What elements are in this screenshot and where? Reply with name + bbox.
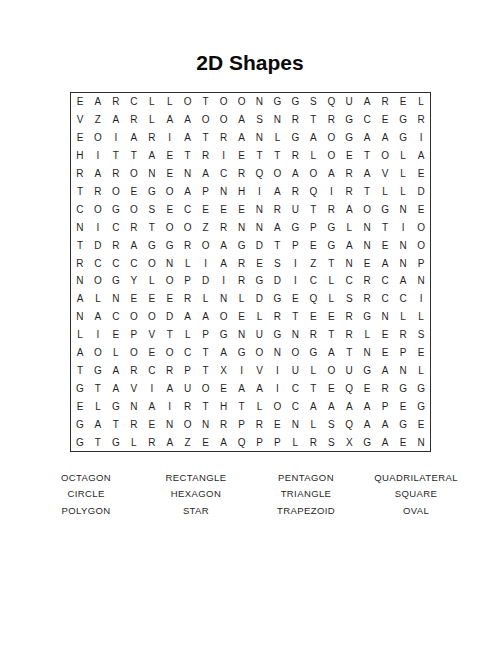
grid-cell: A [268, 182, 286, 200]
grid-cell: P [197, 182, 215, 200]
grid-cell: L [304, 361, 322, 379]
grid-cell: O [251, 344, 269, 362]
grid-cell: A [286, 165, 304, 183]
grid-cell: T [304, 379, 322, 397]
grid-cell: A [322, 165, 340, 183]
grid-cell: N [233, 326, 251, 344]
grid-cell: P [197, 326, 215, 344]
grid-cell: T [268, 147, 286, 165]
grid-cell: L [125, 433, 143, 451]
grid-cell: T [71, 361, 89, 379]
grid-cell: E [304, 236, 322, 254]
grid-cell: R [340, 182, 358, 200]
grid-cell: I [161, 129, 179, 147]
grid-cell: D [89, 236, 107, 254]
word-bank-item: TRIANGLE [251, 486, 361, 502]
grid-cell: S [251, 111, 269, 129]
grid-cell: O [161, 344, 179, 362]
grid-cell: G [251, 272, 269, 290]
grid-cell: G [268, 93, 286, 111]
grid-cell: L [107, 344, 125, 362]
grid-cell: Q [340, 415, 358, 433]
grid-cell: A [376, 415, 394, 433]
grid-cell: N [143, 165, 161, 183]
grid-cell: G [143, 182, 161, 200]
grid-cell: E [376, 236, 394, 254]
grid-cell: P [376, 397, 394, 415]
grid-cell: P [233, 415, 251, 433]
grid-cell: A [161, 379, 179, 397]
grid-cell: I [286, 254, 304, 272]
word-bank-item: OCTAGON [31, 470, 141, 486]
grid-cell: I [322, 182, 340, 200]
grid-cell: Y [125, 272, 143, 290]
grid-cell: E [304, 308, 322, 326]
grid-cell: E [161, 200, 179, 218]
grid-cell: O [322, 361, 340, 379]
grid-cell: E [340, 147, 358, 165]
grid-cell: N [233, 218, 251, 236]
word-bank-item: CIRCLE [31, 486, 141, 502]
grid-cell: R [376, 379, 394, 397]
grid-cell: T [233, 397, 251, 415]
grid-cell: A [233, 129, 251, 147]
grid-cell: R [358, 272, 376, 290]
grid-cell: T [340, 344, 358, 362]
grid-cell: E [322, 308, 340, 326]
grid-cell: R [286, 111, 304, 129]
grid-cell: S [143, 200, 161, 218]
grid-cell: L [304, 415, 322, 433]
grid-cell: O [89, 200, 107, 218]
grid-cell: C [107, 254, 125, 272]
grid-cell: G [376, 200, 394, 218]
grid-cell: I [215, 147, 233, 165]
grid-cell: P [268, 433, 286, 451]
grid-cell: R [233, 254, 251, 272]
grid-cell: R [179, 290, 197, 308]
grid-cell: R [179, 397, 197, 415]
grid-cell: G [358, 433, 376, 451]
grid-cell: N [394, 254, 412, 272]
grid-cell: A [179, 129, 197, 147]
grid-cell: N [268, 344, 286, 362]
grid-cell: C [376, 290, 394, 308]
grid-cell: A [215, 344, 233, 362]
grid-cell: L [358, 326, 376, 344]
grid-cell: L [71, 326, 89, 344]
grid-cell: A [215, 254, 233, 272]
grid-cell: L [143, 272, 161, 290]
grid-cell: R [125, 218, 143, 236]
grid-cell: A [251, 379, 269, 397]
grid-cell: E [215, 379, 233, 397]
grid-cell: I [251, 182, 269, 200]
grid-cell: G [268, 326, 286, 344]
grid-cell: A [304, 397, 322, 415]
grid-cell: A [376, 129, 394, 147]
grid-cell: R [125, 415, 143, 433]
grid-cell: C [215, 165, 233, 183]
grid-cell: R [268, 200, 286, 218]
grid-cell: L [179, 326, 197, 344]
grid-cell: R [340, 326, 358, 344]
grid-cell: A [233, 379, 251, 397]
grid-cell: G [143, 236, 161, 254]
grid-cell: D [412, 182, 430, 200]
grid-cell: A [358, 415, 376, 433]
grid-cell: T [358, 147, 376, 165]
grid-cell: O [358, 200, 376, 218]
grid-cell: A [161, 111, 179, 129]
grid-cell: O [89, 344, 107, 362]
grid-cell: C [394, 290, 412, 308]
grid-cell: A [340, 397, 358, 415]
grid-cell: A [268, 218, 286, 236]
grid-cell: H [233, 182, 251, 200]
grid-cell: O [412, 218, 430, 236]
grid-cell: Q [304, 182, 322, 200]
grid-cell: T [89, 379, 107, 397]
grid-cell: R [143, 129, 161, 147]
grid-cell: L [268, 129, 286, 147]
grid-cell: R [233, 165, 251, 183]
grid-cell: D [251, 236, 269, 254]
grid-cell: O [376, 147, 394, 165]
grid-cell: O [412, 236, 430, 254]
word-bank-item: POLYGON [31, 503, 141, 519]
grid-cell: N [215, 182, 233, 200]
grid-cell: T [304, 111, 322, 129]
grid-cell: L [304, 147, 322, 165]
grid-cell: T [358, 182, 376, 200]
grid-cell: R [89, 182, 107, 200]
grid-cell: Q [322, 93, 340, 111]
grid-cell: E [71, 129, 89, 147]
grid-cell: E [322, 379, 340, 397]
grid-cell: E [412, 344, 430, 362]
grid-cell: T [197, 344, 215, 362]
grid-cell: L [412, 308, 430, 326]
grid-cell: R [107, 236, 125, 254]
grid-cell: T [179, 147, 197, 165]
grid-cell: N [179, 165, 197, 183]
grid-cell: L [376, 182, 394, 200]
grid-cell: A [358, 129, 376, 147]
grid-cell: I [412, 129, 430, 147]
grid-cell: E [161, 147, 179, 165]
grid-cell: O [89, 129, 107, 147]
grid-cell: H [71, 147, 89, 165]
grid-cell: L [394, 165, 412, 183]
grid-cell: G [107, 200, 125, 218]
grid-cell: I [215, 272, 233, 290]
grid-cell: O [89, 272, 107, 290]
grid-cell: E [412, 200, 430, 218]
grid-cell: S [412, 326, 430, 344]
grid-cell: C [304, 272, 322, 290]
grid-cell: R [143, 433, 161, 451]
grid-cell: A [358, 93, 376, 111]
grid-cell: E [376, 326, 394, 344]
grid-cell: E [412, 415, 430, 433]
grid-cell: G [286, 93, 304, 111]
grid-cell: X [215, 361, 233, 379]
grid-cell: C [179, 344, 197, 362]
grid-cell: O [143, 308, 161, 326]
grid-cell: E [412, 165, 430, 183]
grid-cell: G [161, 236, 179, 254]
grid-cell: I [286, 272, 304, 290]
grid-cell: Z [179, 433, 197, 451]
grid-cell: L [89, 290, 107, 308]
grid-cell: A [89, 415, 107, 433]
grid-cell: A [179, 111, 197, 129]
grid-cell: L [412, 93, 430, 111]
grid-cell: N [71, 272, 89, 290]
grid-cell: A [197, 308, 215, 326]
grid-cell: V [143, 326, 161, 344]
grid-cell: R [340, 308, 358, 326]
grid-cell: A [89, 165, 107, 183]
grid-cell: O [143, 254, 161, 272]
grid-cell: T [197, 397, 215, 415]
grid-cell: C [71, 200, 89, 218]
grid-cell: O [197, 379, 215, 397]
grid-cell: U [286, 361, 304, 379]
grid-cell: X [340, 433, 358, 451]
grid-cell: E [376, 344, 394, 362]
grid-cell: R [107, 165, 125, 183]
grid-cell: A [89, 93, 107, 111]
grid-cell: T [71, 236, 89, 254]
grid-cell: O [268, 397, 286, 415]
grid-cell: T [304, 200, 322, 218]
grid-cell: N [161, 415, 179, 433]
grid-cell: E [394, 93, 412, 111]
grid-cell: G [322, 218, 340, 236]
grid-cell: O [215, 111, 233, 129]
word-bank-item: STAR [141, 503, 251, 519]
grid-cell: R [215, 129, 233, 147]
grid-cell: P [394, 344, 412, 362]
word-bank-item: QUADRILATERAL [361, 470, 471, 486]
word-bank-item: OVAL [361, 503, 471, 519]
grid-cell: G [322, 236, 340, 254]
grid-cell: E [215, 200, 233, 218]
grid-cell: C [89, 254, 107, 272]
grid-cell: E [268, 415, 286, 433]
grid-cell: R [71, 165, 89, 183]
grid-cell: T [107, 147, 125, 165]
grid-cell: N [412, 433, 430, 451]
grid-cell: Q [233, 433, 251, 451]
grid-cell: L [394, 182, 412, 200]
grid-cell: Q [340, 379, 358, 397]
grid-cell: R [376, 93, 394, 111]
grid-cell: E [143, 290, 161, 308]
grid-cell: N [394, 236, 412, 254]
grid-cell: N [251, 218, 269, 236]
grid-cell: G [89, 361, 107, 379]
grid-cell: O [125, 344, 143, 362]
grid-cell: I [89, 147, 107, 165]
grid-cell: E [286, 290, 304, 308]
grid-cell: E [394, 433, 412, 451]
grid-cell: N [268, 111, 286, 129]
grid-cell: C [358, 111, 376, 129]
grid-cell: L [286, 433, 304, 451]
grid-cell: A [215, 236, 233, 254]
grid-cell: C [107, 308, 125, 326]
grid-cell: G [394, 111, 412, 129]
grid-cell: A [107, 361, 125, 379]
word-bank-item: PENTAGON [251, 470, 361, 486]
grid-cell: T [89, 433, 107, 451]
grid-cell: A [125, 129, 143, 147]
grid-cell: R [107, 93, 125, 111]
grid-cell: E [233, 147, 251, 165]
grid-cell: E [358, 379, 376, 397]
grid-cell: R [322, 111, 340, 129]
grid-cell: R [197, 147, 215, 165]
grid-cell: I [394, 218, 412, 236]
grid-cell: V [251, 361, 269, 379]
grid-cell: E [71, 93, 89, 111]
grid-cell: G [394, 129, 412, 147]
grid-cell: I [412, 290, 430, 308]
grid-cell: N [71, 218, 89, 236]
grid-cell: A [143, 147, 161, 165]
grid-cell: L [89, 397, 107, 415]
grid-cell: T [143, 218, 161, 236]
grid-cell: N [125, 397, 143, 415]
grid-cell: N [394, 361, 412, 379]
grid-cell: R [394, 326, 412, 344]
grid-cell: L [322, 272, 340, 290]
grid-cell: A [412, 147, 430, 165]
grid-cell: G [340, 129, 358, 147]
grid-cell: R [286, 182, 304, 200]
grid-cell: P [304, 218, 322, 236]
grid-cell: U [340, 93, 358, 111]
grid-cell: Q [304, 290, 322, 308]
grid-cell: A [376, 361, 394, 379]
word-bank-column: RECTANGLEHEXAGONSTAR [141, 470, 251, 519]
grid-cell: R [268, 308, 286, 326]
grid-cell: N [251, 200, 269, 218]
grid-cell: A [197, 165, 215, 183]
grid-cell: T [286, 308, 304, 326]
grid-cell: G [71, 379, 89, 397]
grid-cell: N [286, 415, 304, 433]
grid-cell: Q [251, 165, 269, 183]
grid-cell: G [304, 344, 322, 362]
grid-cell: O [161, 272, 179, 290]
grid-cell: O [322, 147, 340, 165]
grid-cell: C [376, 272, 394, 290]
grid-cell: T [376, 218, 394, 236]
grid-cell: C [286, 379, 304, 397]
grid-cell: R [304, 433, 322, 451]
grid-cell: E [197, 200, 215, 218]
grid-cell: N [107, 290, 125, 308]
grid-cell: A [340, 236, 358, 254]
grid-cell: R [251, 415, 269, 433]
grid-cell: R [125, 361, 143, 379]
grid-cell: U [340, 361, 358, 379]
grid-cell: T [197, 361, 215, 379]
grid-cell: O [179, 93, 197, 111]
grid-cell: D [197, 272, 215, 290]
grid-cell: A [179, 182, 197, 200]
grid-cell: R [322, 200, 340, 218]
grid-cell: O [161, 182, 179, 200]
grid-cell: E [197, 433, 215, 451]
grid-cell: O [268, 165, 286, 183]
grid-cell: T [322, 326, 340, 344]
grid-cell: G [394, 379, 412, 397]
grid-cell: V [125, 379, 143, 397]
grid-cell: A [107, 111, 125, 129]
grid-cell: L [143, 93, 161, 111]
grid-cell: A [161, 433, 179, 451]
grid-cell: D [161, 308, 179, 326]
grid-cell: I [233, 361, 251, 379]
grid-cell: N [358, 236, 376, 254]
grid-cell: L [179, 254, 197, 272]
grid-cell: I [197, 254, 215, 272]
grid-cell: Z [197, 218, 215, 236]
grid-cell: Z [89, 111, 107, 129]
grid-cell: E [125, 182, 143, 200]
puzzle-page: 2D Shapes EARCLLOTOONGGSQUARELVZARLAAOOA… [0, 0, 500, 647]
word-bank-item: HEXAGON [141, 486, 251, 502]
grid-cell: O [233, 93, 251, 111]
grid-cell: A [376, 433, 394, 451]
grid-cell: C [340, 272, 358, 290]
grid-cell: P [179, 361, 197, 379]
grid-cell: P [286, 236, 304, 254]
grid-cell: T [322, 254, 340, 272]
grid-cell: A [107, 379, 125, 397]
grid-cell: L [251, 308, 269, 326]
grid-cell: C [286, 397, 304, 415]
grid-cell: I [161, 397, 179, 415]
grid-cell: S [322, 415, 340, 433]
grid-cell: R [358, 290, 376, 308]
grid-cell: T [251, 147, 269, 165]
grid-cell: G [107, 272, 125, 290]
grid-cell: R [71, 254, 89, 272]
grid-cell: I [268, 379, 286, 397]
grid-cell: E [251, 254, 269, 272]
word-bank-item: RECTANGLE [141, 470, 251, 486]
grid-cell: D [268, 272, 286, 290]
grid-cell: O [125, 308, 143, 326]
grid-cell: N [358, 218, 376, 236]
grid-cell: G [107, 433, 125, 451]
grid-cell: P [251, 433, 269, 451]
grid-cell: O [304, 165, 322, 183]
grid-cell: O [107, 182, 125, 200]
grid-cell: R [304, 326, 322, 344]
grid-cell: S [268, 254, 286, 272]
grid-cell: G [215, 326, 233, 344]
grid-cell: O [286, 344, 304, 362]
grid-cell: N [376, 308, 394, 326]
grid-cell: E [143, 344, 161, 362]
